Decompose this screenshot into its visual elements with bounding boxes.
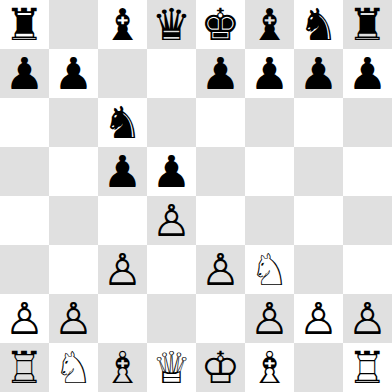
square-c5[interactable]: ♟ (98, 147, 147, 196)
square-g7[interactable]: ♟ (294, 49, 343, 98)
black-bishop: ♝ (250, 0, 289, 49)
square-e2[interactable] (196, 294, 245, 343)
square-b1[interactable]: ♘ (49, 343, 98, 392)
square-e7[interactable]: ♟ (196, 49, 245, 98)
square-f6[interactable] (245, 98, 294, 147)
square-f2[interactable]: ♙ (245, 294, 294, 343)
chess-board: ♜♝♛♚♝♞♜♟♟♟♟♟♟♞♟♟♙♙♙♘♙♙♙♙♙♖♘♗♕♔♗♖ (0, 0, 392, 392)
square-e8[interactable]: ♚ (196, 0, 245, 49)
black-pawn: ♟ (103, 147, 142, 196)
square-b7[interactable]: ♟ (49, 49, 98, 98)
square-c6[interactable]: ♞ (98, 98, 147, 147)
square-c1[interactable]: ♗ (98, 343, 147, 392)
square-d1[interactable]: ♕ (147, 343, 196, 392)
square-b4[interactable] (49, 196, 98, 245)
square-e1[interactable]: ♔ (196, 343, 245, 392)
square-d8[interactable]: ♛ (147, 0, 196, 49)
square-a1[interactable]: ♖ (0, 343, 49, 392)
square-g5[interactable] (294, 147, 343, 196)
black-pawn: ♟ (348, 49, 387, 98)
white-rook: ♖ (348, 343, 387, 392)
white-knight: ♘ (54, 343, 93, 392)
black-pawn: ♟ (299, 49, 338, 98)
square-h3[interactable] (343, 245, 392, 294)
square-e3[interactable]: ♙ (196, 245, 245, 294)
square-d2[interactable] (147, 294, 196, 343)
square-f1[interactable]: ♗ (245, 343, 294, 392)
square-g6[interactable] (294, 98, 343, 147)
black-knight: ♞ (299, 0, 338, 49)
white-pawn: ♙ (299, 294, 338, 343)
square-c7[interactable] (98, 49, 147, 98)
square-e4[interactable] (196, 196, 245, 245)
white-knight: ♘ (250, 245, 289, 294)
white-pawn: ♙ (152, 196, 191, 245)
square-d7[interactable] (147, 49, 196, 98)
black-pawn: ♟ (54, 49, 93, 98)
square-b6[interactable] (49, 98, 98, 147)
square-h6[interactable] (343, 98, 392, 147)
white-bishop: ♗ (250, 343, 289, 392)
black-pawn: ♟ (152, 147, 191, 196)
square-e5[interactable] (196, 147, 245, 196)
square-b8[interactable] (49, 0, 98, 49)
black-knight: ♞ (103, 98, 142, 147)
square-h4[interactable] (343, 196, 392, 245)
square-g1[interactable] (294, 343, 343, 392)
square-d6[interactable] (147, 98, 196, 147)
square-h1[interactable]: ♖ (343, 343, 392, 392)
square-a4[interactable] (0, 196, 49, 245)
square-f5[interactable] (245, 147, 294, 196)
white-pawn: ♙ (103, 245, 142, 294)
white-bishop: ♗ (103, 343, 142, 392)
square-g4[interactable] (294, 196, 343, 245)
square-h8[interactable]: ♜ (343, 0, 392, 49)
square-d4[interactable]: ♙ (147, 196, 196, 245)
white-pawn: ♙ (201, 245, 240, 294)
black-rook: ♜ (348, 0, 387, 49)
black-bishop: ♝ (103, 0, 142, 49)
square-b5[interactable] (49, 147, 98, 196)
square-a6[interactable] (0, 98, 49, 147)
square-g8[interactable]: ♞ (294, 0, 343, 49)
black-pawn: ♟ (5, 49, 44, 98)
white-queen: ♕ (152, 343, 191, 392)
square-a3[interactable] (0, 245, 49, 294)
square-f7[interactable]: ♟ (245, 49, 294, 98)
square-b3[interactable] (49, 245, 98, 294)
white-rook: ♖ (5, 343, 44, 392)
square-g2[interactable]: ♙ (294, 294, 343, 343)
square-d5[interactable]: ♟ (147, 147, 196, 196)
black-rook: ♜ (5, 0, 44, 49)
square-a8[interactable]: ♜ (0, 0, 49, 49)
square-h5[interactable] (343, 147, 392, 196)
black-pawn: ♟ (201, 49, 240, 98)
black-king: ♚ (201, 0, 240, 49)
white-pawn: ♙ (5, 294, 44, 343)
square-e6[interactable] (196, 98, 245, 147)
square-f4[interactable] (245, 196, 294, 245)
square-c4[interactable] (98, 196, 147, 245)
white-pawn: ♙ (348, 294, 387, 343)
square-c3[interactable]: ♙ (98, 245, 147, 294)
square-b2[interactable]: ♙ (49, 294, 98, 343)
square-h2[interactable]: ♙ (343, 294, 392, 343)
square-a5[interactable] (0, 147, 49, 196)
white-king: ♔ (201, 343, 240, 392)
square-a7[interactable]: ♟ (0, 49, 49, 98)
white-pawn: ♙ (250, 294, 289, 343)
white-pawn: ♙ (54, 294, 93, 343)
square-f8[interactable]: ♝ (245, 0, 294, 49)
square-d3[interactable] (147, 245, 196, 294)
square-a2[interactable]: ♙ (0, 294, 49, 343)
black-pawn: ♟ (250, 49, 289, 98)
square-g3[interactable] (294, 245, 343, 294)
square-f3[interactable]: ♘ (245, 245, 294, 294)
square-c8[interactable]: ♝ (98, 0, 147, 49)
square-c2[interactable] (98, 294, 147, 343)
black-queen: ♛ (152, 0, 191, 49)
square-h7[interactable]: ♟ (343, 49, 392, 98)
